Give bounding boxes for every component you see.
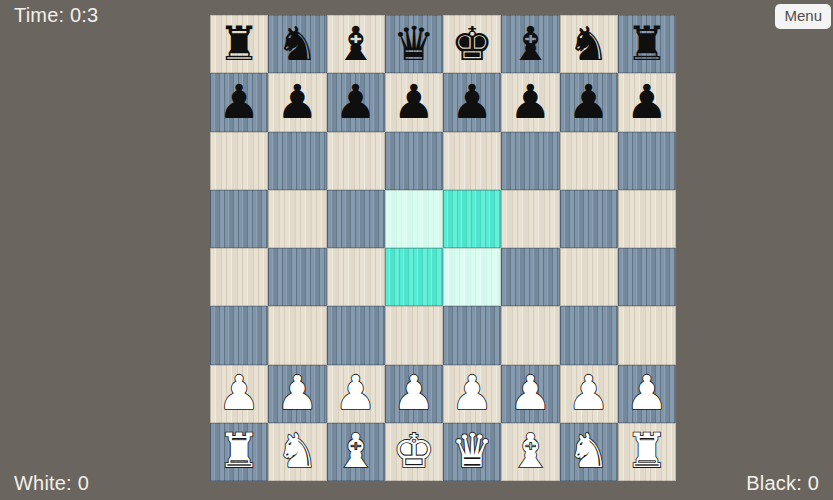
square-a1[interactable]: ♜ [210,423,268,481]
square-g6[interactable] [560,132,618,190]
white-pawn-piece: ♟ [218,369,260,416]
black-score-label: Black: 0 [746,472,819,495]
square-a4[interactable] [210,248,268,306]
square-f7[interactable]: ♟ [501,73,559,131]
black-knight-piece: ♞ [276,20,318,67]
square-d5[interactable] [385,190,443,248]
square-d2[interactable]: ♟ [385,365,443,423]
square-h8[interactable]: ♜ [618,15,676,73]
square-g1[interactable]: ♞ [560,423,618,481]
white-bishop-piece: ♝ [335,427,377,474]
square-h2[interactable]: ♟ [618,365,676,423]
square-h6[interactable] [618,132,676,190]
timer-label: Time: 0:3 [14,4,98,27]
square-e7[interactable]: ♟ [443,73,501,131]
square-h3[interactable] [618,306,676,364]
black-rook-piece: ♜ [626,20,668,67]
square-g3[interactable] [560,306,618,364]
square-c2[interactable]: ♟ [327,365,385,423]
white-knight-piece: ♞ [568,427,610,474]
white-rook-piece: ♜ [626,427,668,474]
square-f5[interactable] [501,190,559,248]
white-pawn-piece: ♟ [276,369,318,416]
square-e1[interactable]: ♛ [443,423,501,481]
square-c3[interactable] [327,306,385,364]
white-queen-piece: ♛ [451,427,493,474]
square-d8[interactable]: ♛ [385,15,443,73]
square-e3[interactable] [443,306,501,364]
black-king-piece: ♚ [451,20,493,67]
square-c6[interactable] [327,132,385,190]
square-g8[interactable]: ♞ [560,15,618,73]
square-e5[interactable] [443,190,501,248]
black-rook-piece: ♜ [218,20,260,67]
square-h5[interactable] [618,190,676,248]
square-d6[interactable] [385,132,443,190]
square-g4[interactable] [560,248,618,306]
square-b8[interactable]: ♞ [268,15,326,73]
white-knight-piece: ♞ [276,427,318,474]
white-score-label: White: 0 [14,472,89,495]
game-window: Time: 0:3 Menu ♜♞♝♛♚♝♞♜♟♟♟♟♟♟♟♟♟♟♟♟♟♟♟♟♜… [0,0,833,500]
black-pawn-piece: ♟ [218,78,260,125]
square-f1[interactable]: ♝ [501,423,559,481]
black-bishop-piece: ♝ [335,20,377,67]
black-pawn-piece: ♟ [509,78,551,125]
black-pawn-piece: ♟ [568,78,610,125]
white-bishop-piece: ♝ [509,427,551,474]
square-f4[interactable] [501,248,559,306]
square-c8[interactable]: ♝ [327,15,385,73]
white-pawn-piece: ♟ [509,369,551,416]
square-b4[interactable] [268,248,326,306]
square-a5[interactable] [210,190,268,248]
white-pawn-piece: ♟ [393,369,435,416]
white-king-piece: ♚ [393,427,435,474]
square-h1[interactable]: ♜ [618,423,676,481]
white-pawn-piece: ♟ [335,369,377,416]
square-b5[interactable] [268,190,326,248]
square-b2[interactable]: ♟ [268,365,326,423]
black-pawn-piece: ♟ [335,78,377,125]
square-e6[interactable] [443,132,501,190]
square-d3[interactable] [385,306,443,364]
square-d7[interactable]: ♟ [385,73,443,131]
black-pawn-piece: ♟ [393,78,435,125]
square-c7[interactable]: ♟ [327,73,385,131]
black-pawn-piece: ♟ [626,78,668,125]
white-pawn-piece: ♟ [626,369,668,416]
black-knight-piece: ♞ [568,20,610,67]
square-a7[interactable]: ♟ [210,73,268,131]
square-c1[interactable]: ♝ [327,423,385,481]
square-b7[interactable]: ♟ [268,73,326,131]
square-g7[interactable]: ♟ [560,73,618,131]
square-f8[interactable]: ♝ [501,15,559,73]
square-c4[interactable] [327,248,385,306]
square-f6[interactable] [501,132,559,190]
menu-button[interactable]: Menu [775,4,831,29]
square-f2[interactable]: ♟ [501,365,559,423]
square-d1[interactable]: ♚ [385,423,443,481]
black-pawn-piece: ♟ [276,78,318,125]
white-rook-piece: ♜ [218,427,260,474]
square-b6[interactable] [268,132,326,190]
square-f3[interactable] [501,306,559,364]
square-g5[interactable] [560,190,618,248]
square-a3[interactable] [210,306,268,364]
square-a8[interactable]: ♜ [210,15,268,73]
square-g2[interactable]: ♟ [560,365,618,423]
white-pawn-piece: ♟ [451,369,493,416]
square-c5[interactable] [327,190,385,248]
square-b1[interactable]: ♞ [268,423,326,481]
square-a2[interactable]: ♟ [210,365,268,423]
square-e8[interactable]: ♚ [443,15,501,73]
chess-board: ♜♞♝♛♚♝♞♜♟♟♟♟♟♟♟♟♟♟♟♟♟♟♟♟♜♞♝♚♛♝♞♜ [210,15,676,481]
square-h7[interactable]: ♟ [618,73,676,131]
square-e4[interactable] [443,248,501,306]
square-h4[interactable] [618,248,676,306]
white-pawn-piece: ♟ [568,369,610,416]
black-queen-piece: ♛ [393,20,435,67]
square-b3[interactable] [268,306,326,364]
black-pawn-piece: ♟ [451,78,493,125]
square-d4[interactable] [385,248,443,306]
square-a6[interactable] [210,132,268,190]
square-e2[interactable]: ♟ [443,365,501,423]
black-bishop-piece: ♝ [509,20,551,67]
